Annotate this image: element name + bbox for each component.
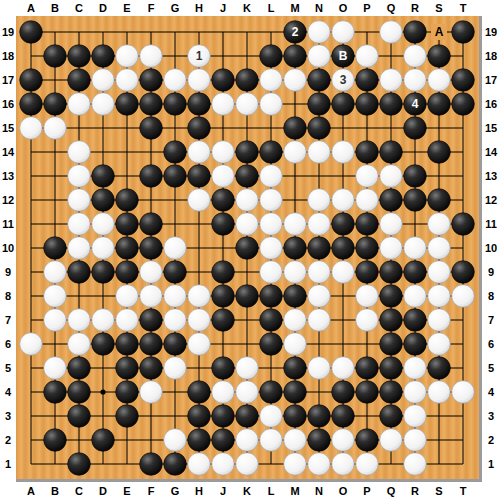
- white-stone: [356, 453, 379, 476]
- white-stone: [308, 285, 331, 308]
- col-label-top-E: E: [118, 1, 136, 15]
- black-stone: [140, 117, 163, 140]
- black-stone: [116, 333, 139, 356]
- black-stone: [452, 93, 475, 116]
- white-stone: [404, 45, 427, 68]
- go-board[interactable]: 12B34A: [16, 16, 482, 482]
- white-stone: [284, 141, 307, 164]
- black-stone: [140, 309, 163, 332]
- black-stone: [140, 333, 163, 356]
- black-stone: [356, 381, 379, 404]
- col-label-bottom-E: E: [118, 484, 136, 498]
- white-stone: [332, 357, 355, 380]
- white-stone: [164, 285, 187, 308]
- black-stone: [308, 69, 331, 92]
- white-stone: [332, 261, 355, 284]
- row-label-left-3: 3: [0, 409, 17, 423]
- col-label-bottom-O: O: [334, 484, 352, 498]
- col-label-top-A: A: [22, 1, 40, 15]
- col-label-top-J: J: [214, 1, 232, 15]
- black-stone: [116, 357, 139, 380]
- col-label-bottom-K: K: [238, 484, 256, 498]
- black-stone: [452, 69, 475, 92]
- black-stone: [212, 285, 235, 308]
- row-label-left-18: 18: [0, 49, 17, 63]
- black-stone: [236, 285, 259, 308]
- black-stone: [428, 93, 451, 116]
- white-stone: [164, 69, 187, 92]
- white-stone: [308, 45, 331, 68]
- white-stone: [140, 261, 163, 284]
- col-label-top-P: P: [358, 1, 376, 15]
- black-stone: [356, 357, 379, 380]
- black-stone: [92, 45, 115, 68]
- black-stone: [380, 285, 403, 308]
- white-stone: [452, 285, 475, 308]
- black-stone: [308, 93, 331, 116]
- row-label-left-2: 2: [0, 433, 17, 447]
- black-stone: [380, 381, 403, 404]
- stone-label-A: A: [435, 25, 444, 39]
- black-stone: [116, 261, 139, 284]
- white-stone: [260, 189, 283, 212]
- white-stone: [236, 429, 259, 452]
- white-stone: [356, 45, 379, 68]
- black-stone: [356, 429, 379, 452]
- white-stone: [428, 261, 451, 284]
- black-stone: [236, 237, 259, 260]
- row-label-right-18: 18: [482, 49, 500, 63]
- white-stone: [188, 453, 211, 476]
- black-stone: [308, 117, 331, 140]
- black-stone: [332, 405, 355, 428]
- white-stone: [20, 333, 43, 356]
- white-stone: [260, 429, 283, 452]
- row-label-right-8: 8: [482, 289, 500, 303]
- black-stone: [44, 381, 67, 404]
- black-stone: [188, 117, 211, 140]
- black-stone: [140, 165, 163, 188]
- black-stone: [236, 69, 259, 92]
- black-stone: [260, 141, 283, 164]
- black-stone: [44, 237, 67, 260]
- black-stone: [68, 405, 91, 428]
- black-stone: [20, 21, 43, 44]
- white-stone: [380, 213, 403, 236]
- white-stone: [68, 333, 91, 356]
- row-label-left-16: 16: [0, 97, 17, 111]
- black-stone: [164, 333, 187, 356]
- black-stone: [260, 285, 283, 308]
- white-stone: [164, 429, 187, 452]
- black-stone: [236, 141, 259, 164]
- white-stone: [140, 45, 163, 68]
- black-stone: [44, 429, 67, 452]
- stone-label-3: 3: [340, 73, 347, 87]
- white-stone: [44, 261, 67, 284]
- col-label-top-L: L: [262, 1, 280, 15]
- white-stone: [356, 165, 379, 188]
- white-stone: [404, 69, 427, 92]
- black-stone: [212, 213, 235, 236]
- black-stone: [68, 45, 91, 68]
- col-label-top-C: C: [70, 1, 88, 15]
- col-label-bottom-S: S: [430, 484, 448, 498]
- white-stone: [164, 357, 187, 380]
- black-stone: [380, 357, 403, 380]
- white-stone: [356, 285, 379, 308]
- col-label-bottom-R: R: [406, 484, 424, 498]
- black-stone: [356, 237, 379, 260]
- white-stone: [116, 45, 139, 68]
- white-stone: [164, 309, 187, 332]
- black-stone: [284, 381, 307, 404]
- row-label-left-14: 14: [0, 145, 17, 159]
- white-stone: [284, 213, 307, 236]
- row-label-right-14: 14: [482, 145, 500, 159]
- black-stone: [116, 189, 139, 212]
- black-stone: [356, 69, 379, 92]
- black-stone: [260, 381, 283, 404]
- black-stone: [284, 405, 307, 428]
- goban[interactable]: 12B34A: [16, 16, 482, 482]
- stone-label-4: 4: [412, 97, 419, 111]
- col-label-bottom-A: A: [22, 484, 40, 498]
- black-stone: [428, 141, 451, 164]
- row-label-left-5: 5: [0, 361, 17, 375]
- white-stone: [332, 429, 355, 452]
- white-stone: [140, 285, 163, 308]
- row-label-left-6: 6: [0, 337, 17, 351]
- white-stone: [308, 21, 331, 44]
- row-label-right-11: 11: [482, 217, 500, 231]
- white-stone: [260, 165, 283, 188]
- black-stone: [284, 117, 307, 140]
- black-stone: [20, 69, 43, 92]
- black-stone: [140, 213, 163, 236]
- white-stone: [428, 309, 451, 332]
- white-stone: [404, 237, 427, 260]
- black-stone: [68, 453, 91, 476]
- black-stone: [404, 189, 427, 212]
- row-label-right-1: 1: [482, 457, 500, 471]
- black-stone: [428, 189, 451, 212]
- white-stone: [188, 285, 211, 308]
- white-stone: [308, 141, 331, 164]
- black-stone: [284, 237, 307, 260]
- black-stone: [308, 237, 331, 260]
- row-label-left-8: 8: [0, 289, 17, 303]
- black-stone: [164, 165, 187, 188]
- black-stone: [116, 213, 139, 236]
- white-stone: [212, 93, 235, 116]
- black-stone: [140, 453, 163, 476]
- col-label-top-G: G: [166, 1, 184, 15]
- black-stone: [380, 189, 403, 212]
- row-label-left-17: 17: [0, 73, 17, 87]
- white-stone: [260, 69, 283, 92]
- row-label-right-5: 5: [482, 361, 500, 375]
- white-stone: [332, 453, 355, 476]
- black-stone: [212, 189, 235, 212]
- white-stone: [236, 93, 259, 116]
- black-stone: [380, 261, 403, 284]
- white-stone: [236, 381, 259, 404]
- white-stone: [116, 309, 139, 332]
- black-stone: [164, 261, 187, 284]
- white-stone: [236, 213, 259, 236]
- col-label-top-H: H: [190, 1, 208, 15]
- white-stone: [284, 309, 307, 332]
- white-stone: [68, 213, 91, 236]
- white-stone: [44, 285, 67, 308]
- white-stone: [44, 357, 67, 380]
- black-stone: [92, 189, 115, 212]
- white-stone: [212, 141, 235, 164]
- col-label-bottom-B: B: [46, 484, 64, 498]
- black-stone: [404, 165, 427, 188]
- col-label-top-Q: Q: [382, 1, 400, 15]
- black-stone: [404, 309, 427, 332]
- black-stone: [212, 261, 235, 284]
- black-stone: [212, 429, 235, 452]
- row-label-right-12: 12: [482, 193, 500, 207]
- black-stone: [284, 357, 307, 380]
- black-stone: [308, 429, 331, 452]
- go-diagram: 12B34A AABBCCDDEEFFGGHHJJKKLLMMNNOOPPQQR…: [0, 0, 500, 500]
- white-stone: [356, 189, 379, 212]
- black-stone: [452, 261, 475, 284]
- black-stone: [44, 45, 67, 68]
- white-stone: [308, 213, 331, 236]
- col-label-bottom-G: G: [166, 484, 184, 498]
- white-stone: [428, 213, 451, 236]
- white-stone: [428, 285, 451, 308]
- black-stone: [404, 117, 427, 140]
- white-stone: [212, 453, 235, 476]
- white-stone: [68, 237, 91, 260]
- col-label-top-S: S: [430, 1, 448, 15]
- row-label-right-2: 2: [482, 433, 500, 447]
- row-label-right-16: 16: [482, 97, 500, 111]
- row-label-left-9: 9: [0, 265, 17, 279]
- row-label-right-3: 3: [482, 409, 500, 423]
- white-stone: [188, 333, 211, 356]
- row-label-left-12: 12: [0, 193, 17, 207]
- black-stone: [380, 141, 403, 164]
- black-stone: [164, 453, 187, 476]
- white-stone: [116, 285, 139, 308]
- black-stone: [116, 405, 139, 428]
- black-stone: [188, 165, 211, 188]
- row-label-right-6: 6: [482, 337, 500, 351]
- black-stone: [140, 93, 163, 116]
- white-stone: [188, 309, 211, 332]
- black-stone: [332, 213, 355, 236]
- black-stone: [260, 333, 283, 356]
- white-stone: [308, 357, 331, 380]
- row-label-right-19: 19: [482, 25, 500, 39]
- white-stone: [116, 69, 139, 92]
- black-stone: [92, 429, 115, 452]
- white-stone: [260, 93, 283, 116]
- black-stone: [188, 381, 211, 404]
- white-stone: [380, 429, 403, 452]
- col-label-top-R: R: [406, 1, 424, 15]
- white-stone: [188, 69, 211, 92]
- stone-label-2: 2: [292, 25, 299, 39]
- white-stone: [428, 333, 451, 356]
- white-stone: [404, 405, 427, 428]
- white-stone: [92, 309, 115, 332]
- black-stone: [380, 405, 403, 428]
- black-stone: [332, 237, 355, 260]
- white-stone: [236, 189, 259, 212]
- col-label-bottom-J: J: [214, 484, 232, 498]
- row-label-left-11: 11: [0, 217, 17, 231]
- black-stone: [356, 141, 379, 164]
- row-label-left-19: 19: [0, 25, 17, 39]
- black-stone: [404, 261, 427, 284]
- row-label-left-4: 4: [0, 385, 17, 399]
- black-stone: [20, 93, 43, 116]
- col-label-bottom-L: L: [262, 484, 280, 498]
- black-stone: [92, 261, 115, 284]
- row-label-right-7: 7: [482, 313, 500, 327]
- white-stone: [140, 381, 163, 404]
- row-label-left-10: 10: [0, 241, 17, 255]
- stones: [20, 21, 475, 476]
- col-label-top-K: K: [238, 1, 256, 15]
- col-label-bottom-N: N: [310, 484, 328, 498]
- black-stone: [428, 357, 451, 380]
- white-stone: [308, 189, 331, 212]
- black-stone: [452, 21, 475, 44]
- white-stone: [404, 453, 427, 476]
- white-stone: [380, 237, 403, 260]
- white-stone: [44, 309, 67, 332]
- white-stone: [284, 261, 307, 284]
- col-label-top-O: O: [334, 1, 352, 15]
- black-stone: [68, 357, 91, 380]
- row-label-left-7: 7: [0, 313, 17, 327]
- white-stone: [308, 309, 331, 332]
- black-stone: [356, 93, 379, 116]
- white-stone: [236, 453, 259, 476]
- white-stone: [68, 93, 91, 116]
- black-stone: [140, 69, 163, 92]
- black-stone: [116, 381, 139, 404]
- row-label-right-15: 15: [482, 121, 500, 135]
- white-stone: [380, 21, 403, 44]
- stone-label-1: 1: [196, 49, 203, 63]
- col-label-bottom-M: M: [286, 484, 304, 498]
- white-stone: [92, 213, 115, 236]
- white-stone: [308, 453, 331, 476]
- white-stone: [68, 309, 91, 332]
- black-stone: [212, 357, 235, 380]
- black-stone: [68, 261, 91, 284]
- row-label-right-4: 4: [482, 385, 500, 399]
- white-stone: [68, 189, 91, 212]
- white-stone: [188, 141, 211, 164]
- white-stone: [452, 381, 475, 404]
- black-stone: [68, 69, 91, 92]
- white-stone: [404, 285, 427, 308]
- black-stone: [308, 405, 331, 428]
- black-stone: [380, 333, 403, 356]
- white-stone: [332, 141, 355, 164]
- col-label-bottom-F: F: [142, 484, 160, 498]
- col-label-bottom-T: T: [454, 484, 472, 498]
- col-label-bottom-H: H: [190, 484, 208, 498]
- white-stone: [428, 381, 451, 404]
- black-stone: [140, 237, 163, 260]
- white-stone: [404, 429, 427, 452]
- black-stone: [332, 93, 355, 116]
- white-stone: [428, 237, 451, 260]
- col-label-bottom-D: D: [94, 484, 112, 498]
- black-stone: [116, 93, 139, 116]
- white-stone: [92, 237, 115, 260]
- black-stone: [44, 93, 67, 116]
- white-stone: [92, 93, 115, 116]
- col-label-top-N: N: [310, 1, 328, 15]
- white-stone: [212, 165, 235, 188]
- white-stone: [380, 165, 403, 188]
- black-stone: [332, 381, 355, 404]
- black-stone: [164, 141, 187, 164]
- white-stone: [20, 117, 43, 140]
- black-stone: [404, 21, 427, 44]
- black-stone: [260, 45, 283, 68]
- white-stone: [428, 69, 451, 92]
- black-stone: [236, 165, 259, 188]
- white-stone: [284, 453, 307, 476]
- col-label-top-M: M: [286, 1, 304, 15]
- col-label-top-B: B: [46, 1, 64, 15]
- black-stone: [284, 45, 307, 68]
- white-stone: [260, 405, 283, 428]
- white-stone: [284, 69, 307, 92]
- black-stone: [188, 93, 211, 116]
- black-stone: [92, 165, 115, 188]
- row-label-left-13: 13: [0, 169, 17, 183]
- white-stone: [44, 117, 67, 140]
- white-stone: [164, 237, 187, 260]
- col-label-top-T: T: [454, 1, 472, 15]
- white-stone: [212, 381, 235, 404]
- row-label-right-9: 9: [482, 265, 500, 279]
- white-stone: [188, 189, 211, 212]
- black-stone: [356, 213, 379, 236]
- row-label-right-17: 17: [482, 73, 500, 87]
- white-stone: [356, 309, 379, 332]
- black-stone: [212, 69, 235, 92]
- black-stone: [68, 381, 91, 404]
- col-label-bottom-Q: Q: [382, 484, 400, 498]
- black-stone: [188, 405, 211, 428]
- white-stone: [68, 165, 91, 188]
- black-stone: [92, 333, 115, 356]
- black-stone: [212, 309, 235, 332]
- white-stone: [260, 213, 283, 236]
- white-stone: [284, 429, 307, 452]
- stone-label-B: B: [339, 49, 348, 63]
- row-label-right-10: 10: [482, 241, 500, 255]
- black-stone: [284, 285, 307, 308]
- black-stone: [164, 93, 187, 116]
